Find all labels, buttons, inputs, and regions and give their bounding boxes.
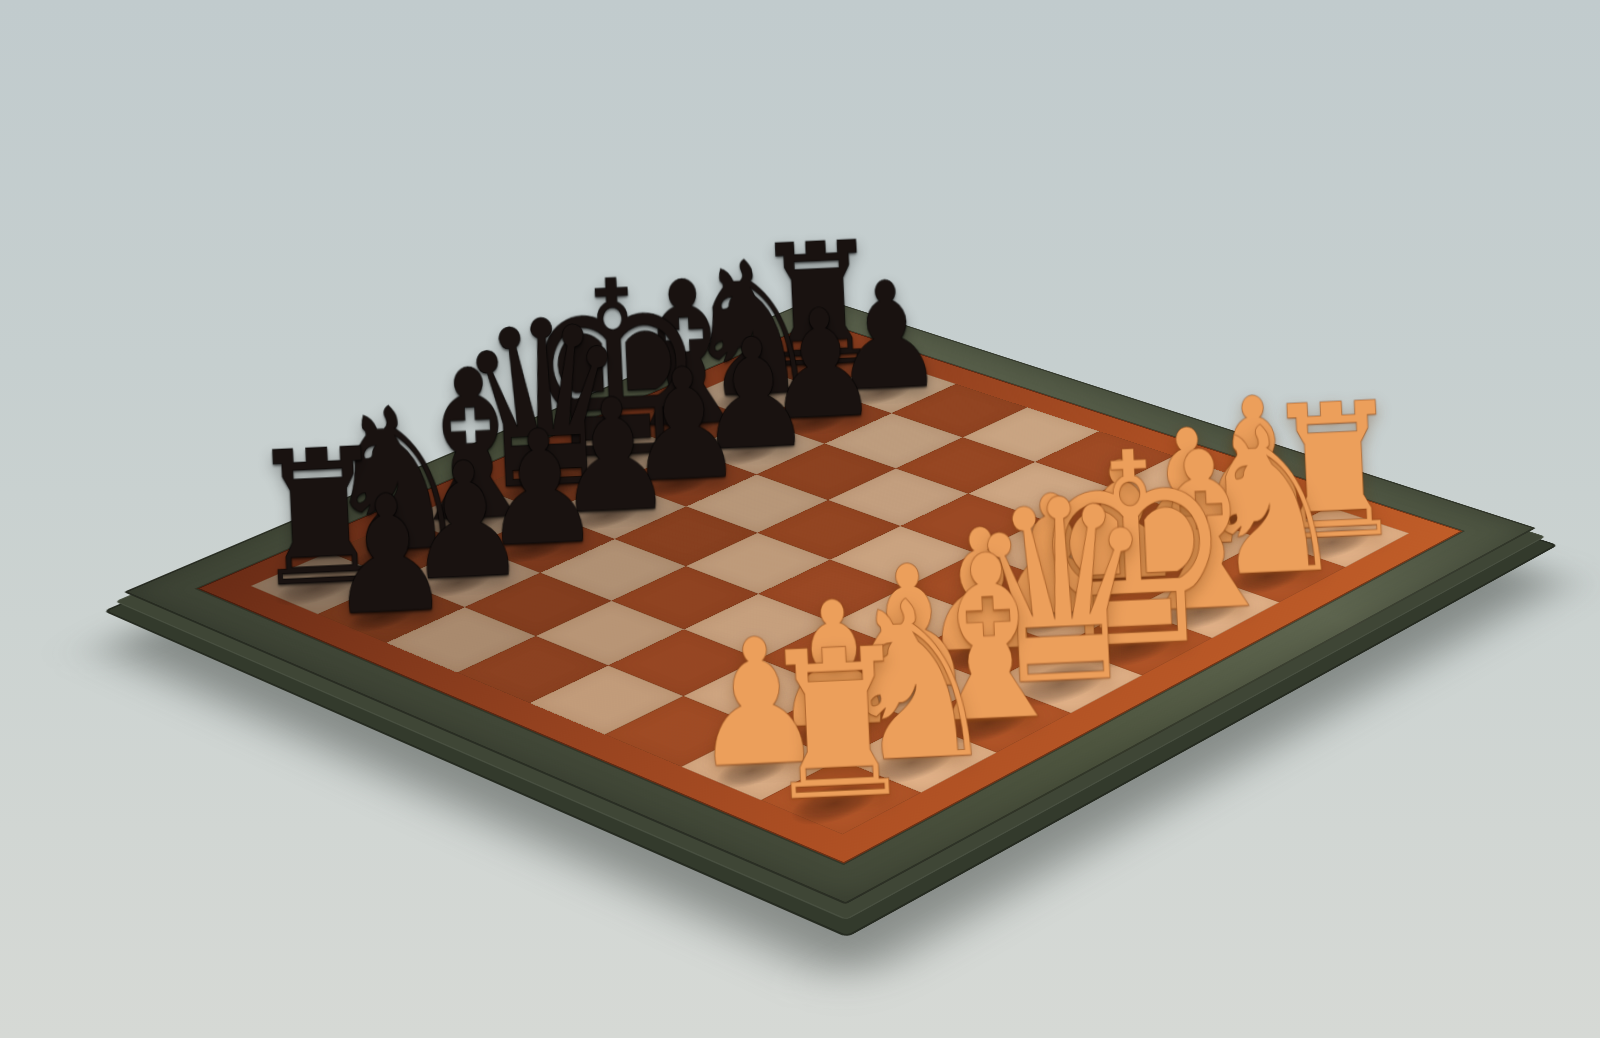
- chessboard-perspective-wrap: ♜♞♝♛♚♝♞♜♟♟♟♟♟♟♟♟♟♟♟♟♟♟♟♟♜♞♝♛♚♝♞♜: [308, 38, 1352, 1038]
- photo-backdrop: ♜♞♝♛♚♝♞♜♟♟♟♟♟♟♟♟♟♟♟♟♟♟♟♟♜♞♝♛♚♝♞♜: [0, 0, 1600, 1038]
- chessboard: ♜♞♝♛♚♝♞♜♟♟♟♟♟♟♟♟♟♟♟♟♟♟♟♟♜♞♝♛♚♝♞♜: [124, 297, 1537, 905]
